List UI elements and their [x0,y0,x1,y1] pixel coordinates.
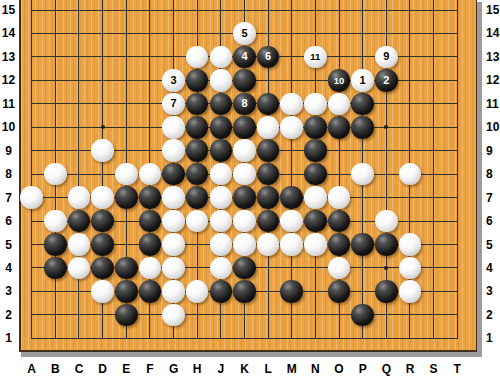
row-label-right-7: 7 [486,191,500,205]
black-stone-E3 [115,280,138,303]
column-label-C: C [71,362,87,376]
white-stone-B8 [44,163,67,186]
black-stone-J11 [210,93,233,116]
black-stone-J10 [210,116,233,139]
black-stone-O5 [328,233,351,256]
black-stone-O10 [328,116,351,139]
white-stone-K9 [233,139,256,162]
black-stone-P5 [351,233,374,256]
white-stone-J7 [210,186,233,209]
move-number-7: 7 [170,98,176,109]
column-label-E: E [118,362,134,376]
row-label-right-4: 4 [486,261,500,275]
black-stone-D5 [91,233,114,256]
row-label-left-4: 4 [0,261,17,275]
black-stone-H12 [186,69,209,92]
row-label-left-13: 13 [0,50,17,64]
white-stone-L10 [257,116,280,139]
white-stone-K5 [233,233,256,256]
white-stone-N5 [304,233,327,256]
grid-line-vertical-A [31,0,32,339]
move-number-1: 1 [360,75,366,86]
move-number-11: 11 [310,52,320,62]
black-stone-J3 [210,280,233,303]
white-stone-Q13: 9 [375,46,398,69]
white-stone-R3 [399,280,422,303]
white-stone-G5 [162,233,185,256]
black-stone-P2 [351,304,374,327]
row-label-right-1: 1 [486,331,500,345]
black-stone-Q5 [375,233,398,256]
row-label-left-14: 14 [0,26,17,40]
black-stone-K11: 8 [233,93,256,116]
column-label-L: L [260,362,276,376]
black-stone-K7 [233,186,256,209]
black-stone-G8 [162,163,185,186]
white-stone-J12 [210,69,233,92]
white-stone-G7 [162,186,185,209]
row-label-right-9: 9 [486,144,500,158]
row-label-left-2: 2 [0,308,17,322]
black-stone-B4 [44,257,67,280]
move-number-4: 4 [241,51,247,62]
white-stone-G6 [162,210,185,233]
row-label-left-9: 9 [0,144,17,158]
row-label-right-8: 8 [486,167,500,181]
row-label-right-2: 2 [486,308,500,322]
move-number-6: 6 [265,51,271,62]
black-stone-E4 [115,257,138,280]
grid-line-vertical-C [78,0,79,339]
white-stone-H3 [186,280,209,303]
black-stone-P10 [351,116,374,139]
column-label-T: T [449,362,465,376]
white-stone-K6 [233,210,256,233]
white-stone-B6 [44,210,67,233]
row-label-left-10: 10 [0,120,17,134]
column-label-B: B [47,362,63,376]
white-stone-Q6 [375,210,398,233]
white-stone-K14: 5 [233,22,256,45]
grid-line-horizontal-1 [31,338,458,339]
white-stone-P12: 1 [351,69,374,92]
white-stone-C5 [68,233,91,256]
black-stone-K3 [233,280,256,303]
white-stone-M5 [280,233,303,256]
white-stone-G11: 7 [162,93,185,116]
row-label-left-5: 5 [0,238,17,252]
column-label-J: J [213,362,229,376]
move-number-9: 9 [383,51,389,62]
black-stone-D6 [91,210,114,233]
column-label-S: S [426,362,442,376]
row-label-right-10: 10 [486,120,500,134]
white-stone-E8 [115,163,138,186]
white-stone-N13: 11 [304,46,327,69]
row-label-right-11: 11 [486,97,500,111]
row-label-right-14: 14 [486,26,500,40]
white-stone-G3 [162,280,185,303]
row-label-left-1: 1 [0,331,17,345]
white-stone-J5 [210,233,233,256]
column-label-D: D [95,362,111,376]
row-label-left-6: 6 [0,214,17,228]
move-number-2: 2 [383,75,389,86]
white-stone-N11 [304,93,327,116]
column-label-M: M [284,362,300,376]
grid-line-vertical-T [457,0,458,339]
white-stone-A7 [20,186,43,209]
black-stone-L7 [257,186,280,209]
white-stone-C7 [68,186,91,209]
black-stone-E7 [115,186,138,209]
row-label-left-15: 15 [0,3,17,17]
white-stone-O7 [328,186,351,209]
black-stone-N9 [304,139,327,162]
column-label-P: P [355,362,371,376]
white-stone-M11 [280,93,303,116]
black-stone-O12: 10 [328,69,351,92]
white-stone-N7 [304,186,327,209]
black-stone-O3 [328,280,351,303]
star-point-D10 [101,125,105,129]
grid-line-horizontal-15 [31,10,458,11]
row-label-right-5: 5 [486,238,500,252]
white-stone-G4 [162,257,185,280]
column-label-N: N [307,362,323,376]
column-label-K: K [236,362,252,376]
black-stone-F7 [139,186,162,209]
row-label-left-3: 3 [0,284,17,298]
column-label-Q: Q [378,362,394,376]
white-stone-G12: 3 [162,69,185,92]
row-label-left-8: 8 [0,167,17,181]
black-stone-F5 [139,233,162,256]
board-shadow-bottom [21,352,482,357]
black-stone-K12 [233,69,256,92]
move-number-3: 3 [170,75,176,86]
black-stone-N6 [304,210,327,233]
grid-line-vertical-S [433,0,434,339]
row-label-right-6: 6 [486,214,500,228]
row-label-left-7: 7 [0,191,17,205]
black-stone-D4 [91,257,114,280]
move-number-8: 8 [241,98,247,109]
white-stone-D9 [91,139,114,162]
column-label-H: H [189,362,205,376]
row-label-left-12: 12 [0,73,17,87]
black-stone-K4 [233,257,256,280]
column-label-R: R [402,362,418,376]
black-stone-Q3 [375,280,398,303]
black-stone-N8 [304,163,327,186]
row-label-left-11: 11 [0,97,17,111]
black-stone-J9 [210,139,233,162]
white-stone-J13 [210,46,233,69]
white-stone-M10 [280,116,303,139]
go-diagram-page: 5461193101278151514141313121211111010998… [0,0,500,380]
move-number-10: 10 [334,76,345,86]
black-stone-B5 [44,233,67,256]
black-stone-N10 [304,116,327,139]
white-stone-D3 [91,280,114,303]
black-stone-Q12: 2 [375,69,398,92]
black-stone-M7 [280,186,303,209]
move-number-5: 5 [241,28,247,39]
column-label-G: G [166,362,182,376]
white-stone-K8 [233,163,256,186]
white-stone-G2 [162,304,185,327]
black-stone-E2 [115,304,138,327]
black-stone-K10 [233,116,256,139]
row-label-right-3: 3 [486,284,500,298]
black-stone-P11 [351,93,374,116]
black-stone-F3 [139,280,162,303]
column-label-F: F [142,362,158,376]
white-stone-G10 [162,116,185,139]
board-shadow-right [477,2,482,357]
grid-line-horizontal-2 [31,314,458,315]
row-label-right-12: 12 [486,73,500,87]
white-stone-D7 [91,186,114,209]
white-stone-L5 [257,233,280,256]
black-stone-H10 [186,116,209,139]
black-stone-K13: 4 [233,46,256,69]
row-label-right-15: 15 [486,3,500,17]
black-stone-M3 [280,280,303,303]
row-label-right-13: 13 [486,50,500,64]
column-label-A: A [24,362,40,376]
white-stone-G9 [162,139,185,162]
white-stone-R5 [399,233,422,256]
column-label-O: O [331,362,347,376]
